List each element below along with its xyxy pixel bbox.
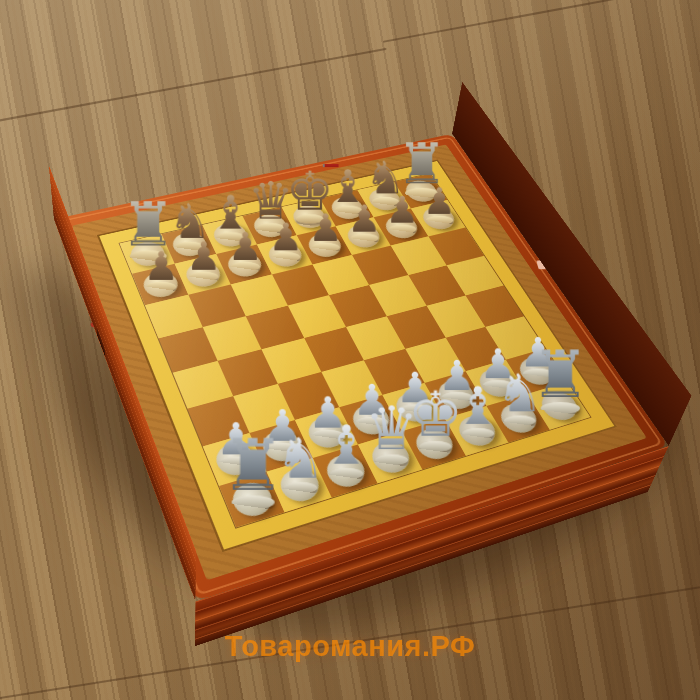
- piece-black-pawn: ♟: [123, 246, 198, 286]
- drawer-notch: [96, 326, 105, 357]
- board-top: ♜♞♝♛♚♝♞♜♟♟♟♟♟♟♟♟♟♟♟♟♟♟♟♟♜♞♝♛♚♝♞♜: [54, 134, 669, 602]
- chess-box: ♜♞♝♛♚♝♞♜♟♟♟♟♟♟♟♟♟♟♟♟♟♟♟♟♜♞♝♛♚♝♞♜: [54, 134, 669, 602]
- watermark: Товаромания.РФ: [0, 630, 700, 663]
- photo-stage: ♜♞♝♛♚♝♞♜♟♟♟♟♟♟♟♟♟♟♟♟♟♟♟♟♜♞♝♛♚♝♞♜ Товаром…: [0, 0, 700, 700]
- piece-white-rook: ♜: [209, 430, 295, 501]
- scene-tilt: ♜♞♝♛♚♝♞♜♟♟♟♟♟♟♟♟♟♟♟♟♟♟♟♟♜♞♝♛♚♝♞♜: [0, 0, 700, 700]
- king-banner-icon: [322, 157, 338, 167]
- scene-perspective: ♜♞♝♛♚♝♞♜♟♟♟♟♟♟♟♟♟♟♟♟♟♟♟♟♜♞♝♛♚♝♞♜: [0, 0, 700, 700]
